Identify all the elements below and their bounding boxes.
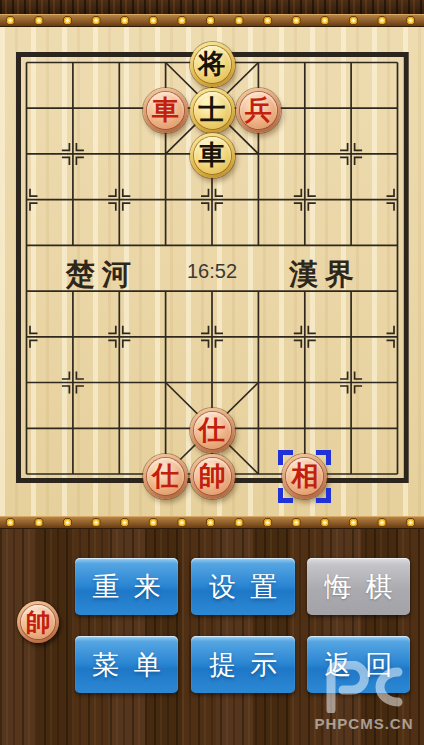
piece-red-帥[interactable]: 帥 xyxy=(190,454,235,499)
xiangqi-board[interactable]: 楚河 16:52 漢界 将車士兵車仕仕帥相 xyxy=(0,27,424,516)
piece-red-車[interactable]: 車 xyxy=(143,88,188,133)
xiangqi-app-screen: 楚河 16:52 漢界 将車士兵車仕仕帥相 帥 重来 设置 悔棋 菜单 提示 返… xyxy=(0,0,424,745)
piece-black-将[interactable]: 将 xyxy=(190,42,235,87)
hint-button[interactable]: 提示 xyxy=(191,636,295,693)
piece-black-車[interactable]: 車 xyxy=(190,133,235,178)
watermark-text: PHPCMS.CN xyxy=(314,715,414,732)
piece-black-士[interactable]: 士 xyxy=(190,88,235,133)
piece-glyph: 車 xyxy=(199,142,226,169)
piece-red-仕[interactable]: 仕 xyxy=(143,454,188,499)
river-label-right: 漢界 xyxy=(270,255,380,295)
selection-marker xyxy=(278,450,331,503)
piece-glyph: 将 xyxy=(199,51,226,78)
piece-glyph: 車 xyxy=(152,97,179,124)
piece-glyph: 兵 xyxy=(245,97,272,124)
turn-indicator-piece: 帥 xyxy=(17,601,59,643)
turn-indicator-glyph: 帥 xyxy=(26,610,51,635)
piece-glyph: 士 xyxy=(199,97,226,124)
undo-button[interactable]: 悔棋 xyxy=(307,558,410,615)
bottom-stud-rail xyxy=(0,516,424,529)
piece-glyph: 帥 xyxy=(199,463,226,490)
river-label-left: 楚河 xyxy=(47,255,157,295)
game-timer: 16:52 xyxy=(162,260,262,283)
restart-button[interactable]: 重来 xyxy=(75,558,178,615)
control-panel: 帥 重来 设置 悔棋 菜单 提示 返回 PHPCMS.CN xyxy=(0,529,424,745)
top-stud-rail xyxy=(0,14,424,27)
piece-red-相[interactable]: 相 xyxy=(282,454,327,499)
settings-button[interactable]: 设置 xyxy=(191,558,295,615)
piece-red-兵[interactable]: 兵 xyxy=(236,88,281,133)
piece-glyph: 仕 xyxy=(199,417,226,444)
menu-button[interactable]: 菜单 xyxy=(75,636,178,693)
back-button[interactable]: 返回 xyxy=(307,636,410,693)
piece-glyph: 仕 xyxy=(152,463,179,490)
piece-red-仕[interactable]: 仕 xyxy=(190,408,235,453)
top-wood-strip xyxy=(0,0,424,15)
